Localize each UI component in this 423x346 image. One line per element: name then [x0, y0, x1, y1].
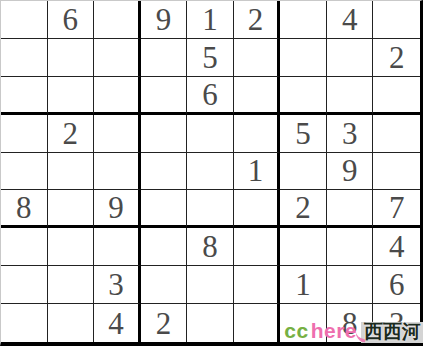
- sudoku-cell[interactable]: [48, 266, 95, 304]
- sudoku-cell[interactable]: [280, 39, 327, 77]
- cell-digit: 2: [248, 4, 264, 35]
- sudoku-cell[interactable]: 2: [234, 1, 281, 39]
- sudoku-cell[interactable]: 4: [327, 1, 374, 39]
- sudoku-cell[interactable]: [94, 1, 141, 39]
- cell-digit: 6: [389, 269, 405, 300]
- cell-digit: 5: [202, 42, 218, 73]
- sudoku-cell[interactable]: [94, 228, 141, 266]
- sudoku-cell[interactable]: [48, 39, 95, 77]
- sudoku-cell[interactable]: [1, 228, 48, 266]
- sudoku-cell[interactable]: 5: [187, 39, 234, 77]
- sudoku-cell[interactable]: [234, 77, 281, 115]
- sudoku-cell[interactable]: [1, 153, 48, 191]
- sudoku-cell[interactable]: 9: [141, 1, 188, 39]
- cell-digit: 2: [389, 42, 405, 73]
- cell-digit: 6: [63, 4, 79, 35]
- sudoku-cell[interactable]: 8: [1, 190, 48, 228]
- sudoku-cell[interactable]: [141, 153, 188, 191]
- sudoku-cell[interactable]: 8: [187, 228, 234, 266]
- sudoku-cell[interactable]: [187, 304, 234, 342]
- cell-digit: 2: [63, 118, 79, 149]
- sudoku-cell[interactable]: [94, 115, 141, 153]
- watermark-site: 西西河: [361, 322, 423, 343]
- sudoku-cell[interactable]: [1, 115, 48, 153]
- sudoku-cell[interactable]: [280, 1, 327, 39]
- sudoku-cell[interactable]: 9: [94, 190, 141, 228]
- sudoku-cell[interactable]: 6: [373, 266, 420, 304]
- sudoku-cell[interactable]: [187, 190, 234, 228]
- cell-digit: 9: [342, 155, 358, 186]
- sudoku-cell[interactable]: 1: [234, 153, 281, 191]
- watermark: cc here 西西河: [284, 319, 423, 343]
- cell-digit: 8: [16, 192, 32, 223]
- sudoku-cell[interactable]: 2: [373, 39, 420, 77]
- sudoku-cell[interactable]: [1, 266, 48, 304]
- sudoku-cell[interactable]: [327, 190, 374, 228]
- sudoku-cell[interactable]: [327, 77, 374, 115]
- sudoku-cell[interactable]: [94, 39, 141, 77]
- sudoku-cell[interactable]: [373, 115, 420, 153]
- sudoku-cell[interactable]: [48, 77, 95, 115]
- sudoku-cell[interactable]: [141, 190, 188, 228]
- sudoku-cell[interactable]: [234, 39, 281, 77]
- sudoku-cell[interactable]: [280, 77, 327, 115]
- sudoku-cell[interactable]: [234, 228, 281, 266]
- watermark-here: here: [311, 319, 357, 343]
- sudoku-cell[interactable]: [94, 153, 141, 191]
- sudoku-cell[interactable]: [1, 77, 48, 115]
- sudoku-cell[interactable]: [141, 228, 188, 266]
- cell-digit: 3: [342, 118, 358, 149]
- sudoku-cell[interactable]: [187, 266, 234, 304]
- sudoku-cell[interactable]: [48, 153, 95, 191]
- sudoku-cell[interactable]: 5: [280, 115, 327, 153]
- cell-digit: 1: [202, 4, 218, 35]
- sudoku-cell[interactable]: 2: [48, 115, 95, 153]
- watermark-cc: cc: [284, 319, 308, 343]
- sudoku-cell[interactable]: [373, 77, 420, 115]
- sudoku-cell[interactable]: [327, 228, 374, 266]
- sudoku-cell[interactable]: 7: [373, 190, 420, 228]
- sudoku-cell[interactable]: [94, 77, 141, 115]
- sudoku-cell[interactable]: [48, 228, 95, 266]
- sudoku-cell[interactable]: [1, 1, 48, 39]
- sudoku-cell[interactable]: [234, 304, 281, 342]
- sudoku-cell[interactable]: [141, 77, 188, 115]
- sudoku-cell[interactable]: [141, 115, 188, 153]
- sudoku-cell[interactable]: [234, 190, 281, 228]
- sudoku-cell[interactable]: 2: [141, 304, 188, 342]
- sudoku-cell[interactable]: [280, 153, 327, 191]
- cell-digit: 2: [156, 308, 172, 339]
- cell-digit: 9: [156, 4, 172, 35]
- sudoku-cell[interactable]: 4: [94, 304, 141, 342]
- sudoku-cell[interactable]: [48, 190, 95, 228]
- sudoku-cell[interactable]: 6: [187, 77, 234, 115]
- sudoku-cell[interactable]: [234, 115, 281, 153]
- sudoku-cell[interactable]: 6: [48, 1, 95, 39]
- cell-digit: 4: [108, 308, 124, 339]
- sudoku-cell[interactable]: [1, 39, 48, 77]
- watermark-site-text: 西西河: [364, 321, 421, 342]
- cell-digit: 8: [202, 231, 218, 262]
- sudoku-cell[interactable]: 3: [94, 266, 141, 304]
- sudoku-cell[interactable]: 1: [187, 1, 234, 39]
- sudoku-cell[interactable]: [327, 39, 374, 77]
- sudoku-cell[interactable]: [373, 153, 420, 191]
- sudoku-cell[interactable]: [234, 266, 281, 304]
- sudoku-cell[interactable]: [373, 1, 420, 39]
- sudoku-cell[interactable]: [327, 266, 374, 304]
- cell-digit: 3: [108, 269, 124, 300]
- cell-digit: 1: [295, 269, 311, 300]
- sudoku-cell[interactable]: 1: [280, 266, 327, 304]
- sudoku-cell[interactable]: 3: [327, 115, 374, 153]
- sudoku-cell[interactable]: 2: [280, 190, 327, 228]
- sudoku-cell[interactable]: [141, 266, 188, 304]
- sudoku-cell[interactable]: [1, 304, 48, 342]
- cell-digit: 4: [389, 231, 405, 262]
- sudoku-cell[interactable]: [187, 115, 234, 153]
- cell-digit: 5: [295, 118, 311, 149]
- sudoku-board: 69124526253198927843164283: [0, 0, 423, 346]
- sudoku-cell[interactable]: 4: [373, 228, 420, 266]
- sudoku-puzzle: 69124526253198927843164283 cc here 西西河: [0, 0, 423, 346]
- sudoku-cell[interactable]: [48, 304, 95, 342]
- cell-digit: 7: [389, 192, 405, 223]
- cell-digit: 4: [342, 4, 358, 35]
- sudoku-cell[interactable]: [187, 153, 234, 191]
- cell-digit: 9: [108, 192, 124, 223]
- sudoku-cell[interactable]: 9: [327, 153, 374, 191]
- sudoku-cell[interactable]: [141, 39, 188, 77]
- cell-digit: 6: [202, 79, 218, 110]
- cell-digit: 2: [295, 192, 311, 223]
- sudoku-cell[interactable]: [280, 228, 327, 266]
- cell-digit: 1: [248, 155, 264, 186]
